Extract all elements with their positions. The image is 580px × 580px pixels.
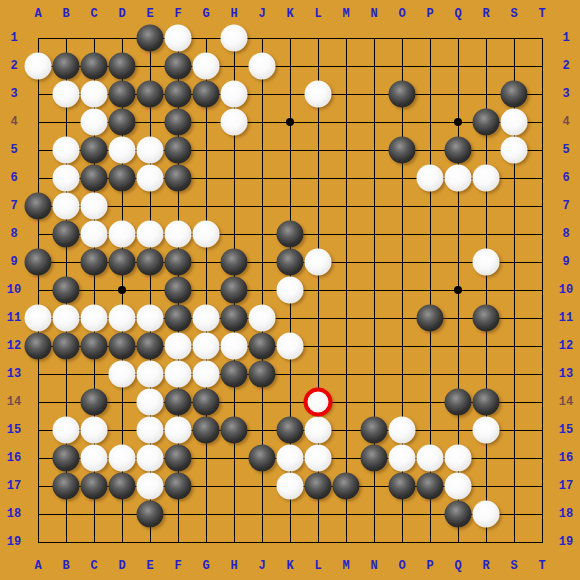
stone-white bbox=[137, 389, 164, 416]
column-label-bottom-A: A bbox=[34, 560, 41, 572]
stone-black bbox=[473, 305, 500, 332]
column-label-top-G: G bbox=[202, 8, 209, 20]
row-label-right-7: 7 bbox=[562, 200, 569, 212]
stone-white bbox=[501, 109, 528, 136]
stone-white bbox=[165, 333, 192, 360]
row-label-left-10: 10 bbox=[7, 284, 21, 296]
row-label-right-15: 15 bbox=[559, 424, 573, 436]
stone-black bbox=[165, 109, 192, 136]
stone-white bbox=[165, 361, 192, 388]
row-label-left-19: 19 bbox=[7, 536, 21, 548]
stone-white bbox=[221, 25, 248, 52]
column-label-top-R: R bbox=[482, 8, 489, 20]
column-label-bottom-E: E bbox=[146, 560, 153, 572]
row-label-right-16: 16 bbox=[559, 452, 573, 464]
stone-black bbox=[221, 249, 248, 276]
stone-white bbox=[165, 25, 192, 52]
stone-black bbox=[165, 473, 192, 500]
stone-black bbox=[221, 277, 248, 304]
stone-black bbox=[109, 473, 136, 500]
row-label-right-9: 9 bbox=[562, 256, 569, 268]
row-label-right-5: 5 bbox=[562, 144, 569, 156]
stone-white bbox=[81, 221, 108, 248]
stone-black bbox=[53, 473, 80, 500]
row-label-right-3: 3 bbox=[562, 88, 569, 100]
row-label-right-17: 17 bbox=[559, 480, 573, 492]
stone-white bbox=[305, 445, 332, 472]
row-label-right-18: 18 bbox=[559, 508, 573, 520]
stone-white bbox=[249, 305, 276, 332]
stone-white bbox=[137, 221, 164, 248]
stone-black bbox=[249, 445, 276, 472]
stone-white bbox=[81, 417, 108, 444]
stone-black bbox=[165, 137, 192, 164]
stone-white bbox=[53, 305, 80, 332]
column-label-bottom-M: M bbox=[342, 560, 349, 572]
stone-black bbox=[81, 137, 108, 164]
stone-white bbox=[109, 305, 136, 332]
stone-white bbox=[137, 445, 164, 472]
grid-line-horizontal bbox=[38, 542, 543, 543]
stone-black bbox=[25, 193, 52, 220]
stone-white bbox=[473, 165, 500, 192]
column-label-top-C: C bbox=[90, 8, 97, 20]
row-label-left-7: 7 bbox=[10, 200, 17, 212]
column-label-top-A: A bbox=[34, 8, 41, 20]
stone-white bbox=[277, 473, 304, 500]
stone-white bbox=[81, 305, 108, 332]
stone-black bbox=[165, 81, 192, 108]
stone-white bbox=[277, 333, 304, 360]
stone-white bbox=[81, 193, 108, 220]
stone-white bbox=[137, 417, 164, 444]
column-label-top-Q: Q bbox=[454, 8, 461, 20]
stone-black bbox=[473, 109, 500, 136]
row-label-left-5: 5 bbox=[10, 144, 17, 156]
column-label-bottom-L: L bbox=[314, 560, 321, 572]
row-label-left-6: 6 bbox=[10, 172, 17, 184]
stone-white bbox=[473, 249, 500, 276]
stone-black bbox=[137, 501, 164, 528]
stone-black bbox=[165, 165, 192, 192]
row-label-right-4: 4 bbox=[562, 116, 569, 128]
grid-line-vertical bbox=[542, 38, 543, 543]
column-label-bottom-K: K bbox=[286, 560, 293, 572]
stone-black bbox=[81, 333, 108, 360]
row-label-left-1: 1 bbox=[10, 32, 17, 44]
column-label-top-S: S bbox=[510, 8, 517, 20]
row-label-right-19: 19 bbox=[559, 536, 573, 548]
stone-black bbox=[109, 53, 136, 80]
stone-black bbox=[221, 417, 248, 444]
column-label-bottom-G: G bbox=[202, 560, 209, 572]
row-label-left-11: 11 bbox=[7, 312, 21, 324]
stone-black bbox=[277, 249, 304, 276]
row-label-left-9: 9 bbox=[10, 256, 17, 268]
stone-black bbox=[137, 81, 164, 108]
stone-white bbox=[81, 109, 108, 136]
stone-white bbox=[277, 445, 304, 472]
column-label-top-B: B bbox=[62, 8, 69, 20]
column-label-bottom-T: T bbox=[538, 560, 545, 572]
row-label-left-2: 2 bbox=[10, 60, 17, 72]
stone-black bbox=[165, 445, 192, 472]
stone-black bbox=[445, 389, 472, 416]
stone-white bbox=[445, 473, 472, 500]
row-label-right-11: 11 bbox=[559, 312, 573, 324]
stone-black bbox=[81, 165, 108, 192]
stone-black bbox=[193, 81, 220, 108]
star-point bbox=[118, 286, 126, 294]
stone-white bbox=[193, 221, 220, 248]
row-label-left-8: 8 bbox=[10, 228, 17, 240]
stone-white bbox=[193, 333, 220, 360]
column-label-bottom-S: S bbox=[510, 560, 517, 572]
stone-white bbox=[445, 445, 472, 472]
stone-white bbox=[417, 165, 444, 192]
star-point bbox=[454, 118, 462, 126]
stone-black bbox=[165, 389, 192, 416]
column-label-bottom-C: C bbox=[90, 560, 97, 572]
stone-black bbox=[137, 25, 164, 52]
column-label-top-P: P bbox=[426, 8, 433, 20]
stone-black bbox=[361, 417, 388, 444]
stone-white bbox=[193, 53, 220, 80]
stone-black bbox=[109, 249, 136, 276]
column-label-top-M: M bbox=[342, 8, 349, 20]
row-label-right-13: 13 bbox=[559, 368, 573, 380]
row-label-left-15: 15 bbox=[7, 424, 21, 436]
row-label-right-1: 1 bbox=[562, 32, 569, 44]
stone-black bbox=[249, 333, 276, 360]
row-label-right-2: 2 bbox=[562, 60, 569, 72]
stone-black bbox=[473, 389, 500, 416]
column-label-top-L: L bbox=[314, 8, 321, 20]
star-point bbox=[454, 286, 462, 294]
column-label-bottom-D: D bbox=[118, 560, 125, 572]
stone-black bbox=[137, 249, 164, 276]
stone-black bbox=[53, 53, 80, 80]
stone-black bbox=[165, 53, 192, 80]
stone-white bbox=[193, 305, 220, 332]
stone-white bbox=[53, 193, 80, 220]
stone-black bbox=[277, 221, 304, 248]
stone-black bbox=[193, 417, 220, 444]
stone-black bbox=[249, 361, 276, 388]
row-label-left-3: 3 bbox=[10, 88, 17, 100]
column-label-top-H: H bbox=[230, 8, 237, 20]
stone-white bbox=[25, 305, 52, 332]
column-label-top-N: N bbox=[370, 8, 377, 20]
row-label-left-16: 16 bbox=[7, 452, 21, 464]
stone-white bbox=[305, 417, 332, 444]
row-label-left-17: 17 bbox=[7, 480, 21, 492]
stone-white bbox=[109, 137, 136, 164]
stone-white bbox=[25, 53, 52, 80]
stone-white bbox=[137, 165, 164, 192]
stone-black bbox=[389, 81, 416, 108]
stone-white bbox=[81, 81, 108, 108]
row-label-left-13: 13 bbox=[7, 368, 21, 380]
row-label-right-8: 8 bbox=[562, 228, 569, 240]
column-label-bottom-H: H bbox=[230, 560, 237, 572]
stone-white bbox=[137, 361, 164, 388]
stone-black bbox=[81, 389, 108, 416]
stone-black bbox=[53, 333, 80, 360]
stone-black bbox=[165, 249, 192, 276]
stone-white bbox=[165, 417, 192, 444]
stone-white bbox=[221, 109, 248, 136]
stone-white bbox=[501, 137, 528, 164]
stone-white bbox=[109, 221, 136, 248]
stone-black bbox=[137, 333, 164, 360]
stone-black bbox=[109, 333, 136, 360]
stone-black bbox=[333, 473, 360, 500]
stone-white bbox=[417, 445, 444, 472]
stone-black bbox=[501, 81, 528, 108]
stone-white bbox=[53, 137, 80, 164]
stone-black bbox=[109, 165, 136, 192]
go-board[interactable]: AABBCCDDEEFFGGHHJJKKLLMMNNOOPPQQRRSSTT11… bbox=[0, 0, 580, 580]
column-label-bottom-Q: Q bbox=[454, 560, 461, 572]
stone-black bbox=[25, 333, 52, 360]
stone-white bbox=[473, 501, 500, 528]
stone-white bbox=[137, 305, 164, 332]
stone-white bbox=[389, 417, 416, 444]
stone-black bbox=[221, 361, 248, 388]
stone-white bbox=[305, 81, 332, 108]
stone-black bbox=[305, 473, 332, 500]
stone-black bbox=[109, 109, 136, 136]
stone-black bbox=[165, 277, 192, 304]
stone-black bbox=[389, 137, 416, 164]
stone-black bbox=[25, 249, 52, 276]
stone-black bbox=[277, 417, 304, 444]
stone-white bbox=[53, 417, 80, 444]
stone-black bbox=[53, 445, 80, 472]
stone-black bbox=[53, 277, 80, 304]
stone-white bbox=[109, 445, 136, 472]
stone-white bbox=[445, 165, 472, 192]
stone-white bbox=[389, 445, 416, 472]
row-label-right-14: 14 bbox=[559, 396, 573, 408]
stone-black bbox=[53, 221, 80, 248]
column-label-top-E: E bbox=[146, 8, 153, 20]
stone-black bbox=[81, 249, 108, 276]
stone-black bbox=[221, 305, 248, 332]
stone-black bbox=[417, 305, 444, 332]
stone-black bbox=[445, 137, 472, 164]
stone-white bbox=[137, 137, 164, 164]
stone-white bbox=[53, 81, 80, 108]
stone-white bbox=[137, 473, 164, 500]
stone-white bbox=[81, 445, 108, 472]
stone-white bbox=[165, 221, 192, 248]
stone-black bbox=[81, 53, 108, 80]
stone-white bbox=[249, 53, 276, 80]
column-label-top-O: O bbox=[398, 8, 405, 20]
column-label-bottom-B: B bbox=[62, 560, 69, 572]
row-label-left-12: 12 bbox=[7, 340, 21, 352]
stone-black bbox=[165, 305, 192, 332]
column-label-bottom-R: R bbox=[482, 560, 489, 572]
column-label-bottom-P: P bbox=[426, 560, 433, 572]
stone-white bbox=[473, 417, 500, 444]
row-label-right-10: 10 bbox=[559, 284, 573, 296]
stone-black bbox=[361, 445, 388, 472]
column-label-top-D: D bbox=[118, 8, 125, 20]
column-label-top-F: F bbox=[174, 8, 181, 20]
row-label-right-12: 12 bbox=[559, 340, 573, 352]
star-point bbox=[286, 118, 294, 126]
last-move-marker bbox=[304, 388, 333, 417]
column-label-bottom-O: O bbox=[398, 560, 405, 572]
stone-black bbox=[389, 473, 416, 500]
stone-white bbox=[221, 81, 248, 108]
row-label-left-14: 14 bbox=[7, 396, 21, 408]
column-label-bottom-F: F bbox=[174, 560, 181, 572]
stone-black bbox=[109, 81, 136, 108]
grid-line-vertical bbox=[346, 38, 347, 543]
stone-white bbox=[193, 361, 220, 388]
stone-black bbox=[81, 473, 108, 500]
stone-black bbox=[417, 473, 444, 500]
stone-white bbox=[221, 333, 248, 360]
column-label-top-T: T bbox=[538, 8, 545, 20]
stone-black bbox=[445, 501, 472, 528]
column-label-top-J: J bbox=[258, 8, 265, 20]
column-label-bottom-N: N bbox=[370, 560, 377, 572]
stone-white bbox=[53, 165, 80, 192]
stone-white bbox=[305, 249, 332, 276]
stone-white bbox=[277, 277, 304, 304]
stone-black bbox=[193, 389, 220, 416]
row-label-left-4: 4 bbox=[10, 116, 17, 128]
stone-white bbox=[109, 361, 136, 388]
row-label-left-18: 18 bbox=[7, 508, 21, 520]
row-label-right-6: 6 bbox=[562, 172, 569, 184]
column-label-bottom-J: J bbox=[258, 560, 265, 572]
column-label-top-K: K bbox=[286, 8, 293, 20]
